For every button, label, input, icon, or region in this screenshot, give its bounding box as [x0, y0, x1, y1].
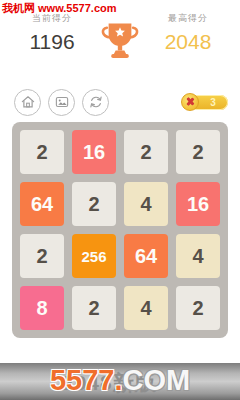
- footer-site-watermark: 5577.COM: [0, 364, 240, 397]
- trophy-star-icon: [99, 18, 141, 62]
- tile-r2c2: 2: [72, 182, 116, 226]
- tile-r1c2: 16: [72, 130, 116, 174]
- item-count-badge[interactable]: 3: [182, 95, 228, 110]
- gallery-icon: [53, 93, 71, 111]
- item-count: 3: [198, 95, 228, 110]
- tile-r1c3: 2: [124, 130, 168, 174]
- tile-r4c3: 4: [124, 286, 168, 330]
- tile-r3c4: 4: [176, 234, 220, 278]
- tile-r4c2: 2: [72, 286, 116, 330]
- tile-r4c1: 8: [20, 286, 64, 330]
- refresh-icon: [87, 93, 105, 111]
- current-score-value: 1196: [14, 30, 90, 54]
- home-icon: [19, 93, 37, 111]
- tile-r2c3: 4: [124, 182, 168, 226]
- tile-r3c1: 2: [20, 234, 64, 278]
- tile-r1c1: 2: [20, 130, 64, 174]
- tile-r2c1: 64: [20, 182, 64, 226]
- refresh-button[interactable]: [82, 89, 109, 116]
- best-score-block: 最高得分 2048: [150, 12, 226, 54]
- best-score-value: 2048: [150, 30, 226, 54]
- coin-ribbon-glyph: [186, 97, 195, 106]
- tile-r2c4: 16: [176, 182, 220, 226]
- toolbar: 3: [14, 88, 228, 116]
- coin-icon: [181, 93, 199, 111]
- best-score-label: 最高得分: [150, 12, 226, 25]
- tile-r3c2: 256: [72, 234, 116, 278]
- board-2048[interactable]: 2162264241622566448242: [12, 122, 228, 338]
- footer-site-secondary: COM: [122, 364, 190, 396]
- current-score-block: 当前得分 1196: [14, 12, 90, 54]
- tile-r1c4: 2: [176, 130, 220, 174]
- top-site-watermark: 我机网 www.5577.com: [2, 1, 117, 16]
- footer-site-primary: 5577.: [50, 364, 123, 396]
- gallery-button[interactable]: [48, 89, 75, 116]
- footer-watermark: 2048新版 5577.COM: [0, 363, 240, 400]
- tile-r3c3: 64: [124, 234, 168, 278]
- tile-r4c4: 2: [176, 286, 220, 330]
- home-button[interactable]: [14, 89, 41, 116]
